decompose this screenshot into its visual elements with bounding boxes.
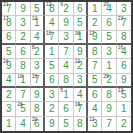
cell-r8c4[interactable]: 2 (45, 102, 59, 116)
cell-digit: 9 (77, 47, 83, 57)
cell-r1c5[interactable]: 92 (59, 2, 73, 16)
cell-r8c1[interactable]: 3 (2, 102, 16, 116)
cell-digit: 4 (6, 75, 12, 85)
cell-r9c3[interactable]: 206 (31, 117, 45, 131)
cell-r7c7[interactable]: 6 (88, 88, 102, 102)
cell-digit: 2 (20, 32, 26, 42)
cell-digit: 9 (49, 119, 55, 129)
cell-r5c9[interactable]: 6 (117, 59, 131, 73)
cell-digit: 2 (63, 4, 69, 14)
cage-sum: 30 (75, 31, 81, 36)
cell-r3c5[interactable]: 3 (59, 31, 73, 45)
cell-digit: 5 (34, 4, 40, 14)
cell-r7c8[interactable]: 8 (102, 88, 116, 102)
cell-digit: 1 (92, 4, 98, 14)
cell-digit: 9 (63, 18, 69, 28)
cell-digit: 9 (121, 75, 127, 85)
cage-sum: 24 (3, 59, 9, 64)
cell-r9c2[interactable]: 4 (16, 117, 30, 131)
cage-sum: 20 (103, 2, 109, 7)
cell-r6c4[interactable]: 6 (45, 74, 59, 88)
cell-r7c4[interactable]: 3 (45, 88, 59, 102)
cage-sum: 10 (17, 74, 23, 79)
cell-digit: 2 (121, 119, 127, 129)
cell-digit: 4 (92, 104, 98, 114)
cell-digit: 4 (77, 90, 83, 100)
cell-digit: 4 (20, 119, 26, 129)
cell-r3c1[interactable]: 6 (2, 31, 16, 45)
cell-r2c2[interactable]: 3 (16, 16, 30, 30)
cell-digit: 3 (121, 4, 127, 14)
cell-digit: 5 (49, 61, 55, 71)
cell-r9c1[interactable]: 1 (2, 117, 16, 131)
cage-sum: 16 (118, 45, 124, 50)
cell-r6c7[interactable]: 5 (88, 74, 102, 88)
cell-r1c2[interactable]: 9 (16, 2, 30, 16)
cell-digit: 5 (63, 119, 69, 129)
cell-r1c4[interactable]: 128 (45, 2, 59, 16)
cell-r6c9[interactable]: 9 (117, 74, 131, 88)
cell-digit: 8 (63, 75, 69, 85)
cage-sum: 23 (118, 16, 124, 21)
cell-digit: 7 (92, 61, 98, 71)
cell-r2c8[interactable]: 6 (102, 16, 116, 30)
cell-r5c6[interactable]: 102 (74, 59, 88, 73)
cell-digit: 3 (77, 75, 83, 85)
cell-r5c2[interactable]: 8 (16, 59, 30, 73)
cell-digit: 6 (106, 18, 112, 28)
cage-sum: 12 (46, 2, 52, 7)
cage-sum: 16 (32, 74, 38, 79)
cage-sum: 9 (60, 2, 63, 7)
cell-digit: 5 (92, 75, 98, 85)
cell-digit: 9 (20, 4, 26, 14)
cell-digit: 5 (77, 18, 83, 28)
cell-digit: 9 (106, 104, 112, 114)
cell-r8c3[interactable]: 8 (31, 102, 45, 116)
cage-sum: 17 (89, 31, 95, 36)
cell-r4c7[interactable]: 8 (88, 45, 102, 59)
cell-r9c7[interactable]: 123 (88, 117, 102, 131)
cell-digit: 6 (20, 47, 26, 57)
cell-r6c8[interactable]: 292 (102, 74, 116, 88)
cage-sum: 8 (32, 45, 35, 50)
cell-digit: 4 (63, 61, 69, 71)
cell-r2c3[interactable]: 101 (31, 16, 45, 30)
cell-r5c4[interactable]: 5 (45, 59, 59, 73)
cell-r3c8[interactable]: 5 (102, 31, 116, 45)
cell-r2c6[interactable]: 5 (74, 16, 88, 30)
cell-r9c8[interactable]: 7 (102, 117, 116, 131)
cell-r3c6[interactable]: 301 (74, 31, 88, 45)
cell-r9c9[interactable]: 2 (117, 117, 131, 131)
cell-r6c2[interactable]: 101 (16, 74, 30, 88)
cell-r4c2[interactable]: 6 (16, 45, 30, 59)
cell-r9c6[interactable]: 8 (74, 117, 88, 131)
cell-digit: 8 (92, 47, 98, 57)
cell-r7c3[interactable]: 9 (31, 88, 45, 102)
cell-digit: 3 (49, 90, 55, 100)
cell-r5c7[interactable]: 7 (88, 59, 102, 73)
cell-digit: 9 (34, 90, 40, 100)
cell-r2c1[interactable]: 178 (2, 16, 16, 30)
cell-r3c2[interactable]: 2 (16, 31, 30, 45)
cell-digit: 2 (49, 104, 55, 114)
cell-r4c4[interactable]: 1 (45, 45, 59, 59)
cell-r1c6[interactable]: 6 (74, 2, 88, 16)
cell-r5c3[interactable]: 3 (31, 59, 45, 73)
cell-r9c4[interactable]: 9 (45, 117, 59, 131)
cell-r3c7[interactable]: 179 (88, 31, 102, 45)
cell-r7c2[interactable]: 7 (16, 88, 30, 102)
cell-digit: 3 (20, 18, 26, 28)
cell-digit: 8 (106, 90, 112, 100)
cell-r8c7[interactable]: 4 (88, 102, 102, 116)
cell-digit: 3 (63, 32, 69, 42)
cage-sum: 10 (75, 59, 81, 64)
cell-r1c3[interactable]: 5 (31, 2, 45, 16)
cell-r1c1[interactable]: 217 (2, 2, 16, 16)
cell-r2c5[interactable]: 9 (59, 16, 73, 30)
cell-r4c3[interactable]: 82 (31, 45, 45, 59)
cell-digit: 4 (34, 32, 40, 42)
cell-r4c9[interactable]: 164 (117, 45, 131, 59)
cell-digit: 2 (34, 47, 40, 57)
cell-r2c7[interactable]: 2 (88, 16, 102, 30)
cell-digit: 2 (6, 90, 12, 100)
cell-r8c6[interactable]: 157 (74, 102, 88, 116)
cell-digit: 4 (49, 18, 55, 28)
cell-r5c8[interactable]: 1 (102, 59, 116, 73)
cage-sum: 5 (60, 88, 63, 93)
cell-r2c9[interactable]: 237 (117, 16, 131, 30)
cell-digit: 5 (106, 32, 112, 42)
cell-r8c8[interactable]: 9 (102, 102, 116, 116)
cell-digit: 8 (77, 119, 83, 129)
cell-r4c5[interactable]: 7 (59, 45, 73, 59)
cell-r4c1[interactable]: 5 (2, 45, 16, 59)
cell-r4c8[interactable]: 3 (102, 45, 116, 59)
cell-digit: 6 (49, 75, 55, 85)
cell-r8c9[interactable]: 1 (117, 102, 131, 116)
cell-digit: 3 (34, 61, 40, 71)
cell-r7c5[interactable]: 51 (59, 88, 73, 102)
cage-sum: 10 (46, 31, 52, 36)
cell-digit: 8 (121, 32, 127, 42)
cell-r6c1[interactable]: 4 (2, 74, 16, 88)
cell-digit: 6 (6, 32, 12, 42)
cell-r6c3[interactable]: 167 (31, 74, 45, 88)
cell-r3c4[interactable]: 107 (45, 31, 59, 45)
cage-sum: 17 (3, 16, 9, 21)
cell-r3c3[interactable]: 4 (31, 31, 45, 45)
cell-digit: 7 (106, 119, 112, 129)
cell-r5c5[interactable]: 4 (59, 59, 73, 73)
cell-digit: 8 (20, 61, 26, 71)
cell-digit: 6 (121, 61, 127, 71)
cell-digit: 5 (6, 47, 12, 57)
cell-r7c9[interactable]: 135 (117, 88, 131, 102)
cell-digit: 3 (106, 47, 112, 57)
cell-digit: 7 (20, 90, 26, 100)
cell-r9c5[interactable]: 5 (59, 117, 73, 131)
cell-r2c4[interactable]: 4 (45, 16, 59, 30)
cage-sum: 21 (3, 2, 9, 7)
cell-digit: 2 (92, 18, 98, 28)
cell-r8c5[interactable]: 6 (59, 102, 73, 116)
cell-r7c1[interactable]: 2 (2, 88, 16, 102)
cell-r5c1[interactable]: 249 (2, 59, 16, 73)
cell-digit: 1 (106, 61, 112, 71)
cell-digit: 7 (63, 47, 69, 57)
cell-digit: 1 (121, 104, 127, 114)
sudoku-board: 2179512892612043178310149526237624107330… (0, 0, 133, 133)
cage-sum: 20 (32, 117, 38, 122)
cell-digit: 1 (49, 47, 55, 57)
cell-digit: 3 (6, 104, 12, 114)
cell-r1c9[interactable]: 3 (117, 2, 131, 16)
cage-sum: 26 (17, 102, 23, 107)
cage-sum: 13 (118, 88, 124, 93)
cell-r1c8[interactable]: 204 (102, 2, 116, 16)
cell-digit: 6 (63, 104, 69, 114)
cell-digit: 6 (92, 90, 98, 100)
cage-sum: 15 (75, 102, 81, 107)
cell-r1c7[interactable]: 1 (88, 2, 102, 16)
cell-digit: 1 (63, 90, 69, 100)
cell-r3c9[interactable]: 8 (117, 31, 131, 45)
cell-digit: 6 (77, 4, 83, 14)
cell-r4c6[interactable]: 9 (74, 45, 88, 59)
cell-r6c5[interactable]: 8 (59, 74, 73, 88)
cell-r6c6[interactable]: 3 (74, 74, 88, 88)
cell-digit: 1 (6, 119, 12, 129)
cage-sum: 10 (32, 16, 38, 21)
cell-r8c2[interactable]: 265 (16, 102, 30, 116)
cage-sum: 12 (89, 117, 95, 122)
cage-sum: 29 (103, 74, 109, 79)
cell-r7c6[interactable]: 4 (74, 88, 88, 102)
cell-digit: 8 (34, 104, 40, 114)
